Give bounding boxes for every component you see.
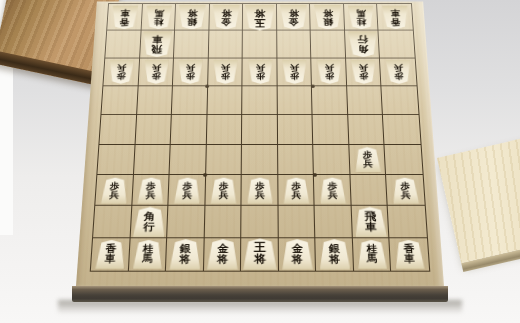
board-cell[interactable]: 金将 <box>204 238 242 271</box>
board-cell[interactable]: 歩兵 <box>173 58 208 86</box>
board-cell[interactable]: 歩兵 <box>208 58 243 86</box>
piece-kanji: 歩兵 <box>151 64 162 81</box>
piece-pawn-sente[interactable]: 歩兵 <box>283 177 309 203</box>
piece-pawn-sente[interactable]: 歩兵 <box>174 177 200 203</box>
piece-pawn-sente[interactable]: 歩兵 <box>137 177 164 203</box>
board-cell[interactable] <box>241 206 278 238</box>
board-cell[interactable] <box>170 145 207 175</box>
piece-kanji: 香車 <box>403 244 416 264</box>
board-cell[interactable]: 角行 <box>130 206 168 238</box>
piece-gold-sente[interactable]: 金将 <box>207 239 238 269</box>
board-cell[interactable]: 歩兵 <box>380 58 416 86</box>
piece-pawn-gote[interactable]: 歩兵 <box>386 60 412 84</box>
piece-rook-sente[interactable]: 飛車 <box>354 207 387 237</box>
piece-lance-gote[interactable]: 香車 <box>111 6 138 30</box>
board-cell[interactable] <box>105 31 141 58</box>
piece-kanji: 金将 <box>288 9 299 27</box>
piece-knight-sente[interactable]: 桂馬 <box>133 240 163 269</box>
board-cell[interactable]: 歩兵 <box>242 175 279 206</box>
piece-gold-gote[interactable]: 金将 <box>280 5 308 30</box>
piece-kanji: 歩兵 <box>218 181 229 199</box>
piece-bishop-gote[interactable]: 角行 <box>347 32 377 58</box>
board-cell[interactable] <box>133 145 170 175</box>
piece-kanji: 飛車 <box>364 211 378 233</box>
board-cell[interactable] <box>388 206 427 238</box>
board-cell[interactable] <box>278 115 314 145</box>
piece-kanji: 歩兵 <box>358 64 369 81</box>
piece-kanji: 桂馬 <box>366 244 378 264</box>
board-cell[interactable]: 王将 <box>241 238 279 271</box>
piece-rook-gote[interactable]: 飛車 <box>142 32 172 58</box>
piece-kanji: 角行 <box>143 211 157 233</box>
piece-knight-gote[interactable]: 桂馬 <box>145 6 172 30</box>
board-cell[interactable] <box>206 115 242 145</box>
board-cell[interactable] <box>348 115 385 145</box>
piece-kanji: 飛車 <box>151 35 163 54</box>
piece-kanji: 銀将 <box>187 9 198 27</box>
piece-kanji: 歩兵 <box>327 181 338 199</box>
piece-silver-sente[interactable]: 銀将 <box>170 239 201 269</box>
board-cell[interactable]: 歩兵 <box>277 58 312 86</box>
board-cell[interactable]: 歩兵 <box>138 58 174 86</box>
board-cell[interactable] <box>167 206 205 238</box>
board-cell[interactable] <box>135 115 172 145</box>
board-cell[interactable] <box>313 115 349 145</box>
board-cell[interactable]: 歩兵 <box>132 175 170 206</box>
piece-pawn-sente[interactable]: 歩兵 <box>320 177 346 203</box>
piece-kanji: 銀将 <box>328 244 341 265</box>
piece-kanji: 銀将 <box>179 244 192 265</box>
board-cell[interactable] <box>171 115 207 145</box>
board-cell[interactable]: 香車 <box>390 238 429 271</box>
piece-kanji: 香車 <box>119 9 130 26</box>
piece-kanji: 玉将 <box>254 8 266 27</box>
piece-kanji: 桂馬 <box>153 9 164 26</box>
board-cell[interactable]: 歩兵 <box>312 58 347 86</box>
piece-king-sente[interactable]: 王将 <box>243 239 276 270</box>
board-cell[interactable]: 歩兵 <box>349 145 386 175</box>
piece-bishop-sente[interactable]: 角行 <box>133 207 166 237</box>
board-cell[interactable] <box>385 145 423 175</box>
piece-kanji: 歩兵 <box>400 181 412 199</box>
board-cell[interactable] <box>243 31 277 58</box>
board-cell[interactable]: 桂馬 <box>128 238 167 271</box>
piece-pawn-sente[interactable]: 歩兵 <box>247 177 273 203</box>
board-grid: 香車桂馬銀将金将玉将金将銀将桂馬香車飛車角行歩兵歩兵歩兵歩兵歩兵歩兵歩兵歩兵歩兵… <box>90 3 431 272</box>
board-cell[interactable] <box>379 31 415 58</box>
piece-kanji: 歩兵 <box>324 64 335 81</box>
board-cell[interactable]: 飛車 <box>140 31 175 58</box>
board-cell[interactable]: 香車 <box>107 4 142 31</box>
board-cell[interactable]: 歩兵 <box>314 175 351 206</box>
board-cell[interactable] <box>93 206 132 238</box>
board-shadow <box>58 300 462 314</box>
board-cell[interactable] <box>174 31 209 58</box>
board-cell[interactable]: 歩兵 <box>243 58 278 86</box>
piece-gold-gote[interactable]: 金将 <box>212 5 240 30</box>
piece-kanji: 角行 <box>356 35 368 54</box>
piece-pawn-gote[interactable]: 歩兵 <box>351 60 376 84</box>
board-cell[interactable]: 銀将 <box>316 238 354 271</box>
board-cell[interactable] <box>312 86 348 115</box>
board-cell[interactable]: 歩兵 <box>346 58 382 86</box>
piece-kanji: 歩兵 <box>185 64 196 81</box>
piece-pawn-gote[interactable]: 歩兵 <box>178 60 203 84</box>
board-cell[interactable] <box>207 86 242 115</box>
piece-pawn-gote[interactable]: 歩兵 <box>248 60 272 84</box>
piece-kanji: 歩兵 <box>109 181 121 199</box>
board-cell[interactable]: 歩兵 <box>95 175 133 206</box>
board-cell[interactable] <box>137 86 173 115</box>
piece-kanji: 銀将 <box>322 9 333 27</box>
board-cell[interactable] <box>383 115 420 145</box>
board-cell[interactable]: 香車 <box>91 238 130 271</box>
piece-kanji: 歩兵 <box>255 181 266 199</box>
wood-grain <box>437 131 520 263</box>
piece-kanji: 金将 <box>291 244 303 265</box>
board-cell[interactable] <box>311 31 346 58</box>
board-cell[interactable] <box>204 206 241 238</box>
board-cell[interactable] <box>208 31 243 58</box>
board-cell[interactable]: 桂馬 <box>344 4 379 31</box>
piece-kanji: 王将 <box>253 243 266 266</box>
board-cell[interactable]: 歩兵 <box>103 58 139 86</box>
board-cell[interactable] <box>277 31 312 58</box>
board-cell[interactable]: 銀将 <box>166 238 204 271</box>
piece-kanji: 歩兵 <box>220 64 230 81</box>
piece-pawn-gote[interactable]: 歩兵 <box>317 60 342 84</box>
board-cell[interactable]: 歩兵 <box>278 175 315 206</box>
board-cell[interactable] <box>99 115 136 145</box>
board-perspective-wrap: 香車桂馬銀将金将玉将金将銀将桂馬香車飛車角行歩兵歩兵歩兵歩兵歩兵歩兵歩兵歩兵歩兵… <box>76 2 444 288</box>
piece-silver-sente[interactable]: 銀将 <box>319 239 350 269</box>
piece-pawn-sente[interactable]: 歩兵 <box>355 147 381 172</box>
board-cell[interactable] <box>172 86 208 115</box>
piece-kanji: 桂馬 <box>142 244 154 264</box>
piece-pawn-gote[interactable]: 歩兵 <box>282 60 307 84</box>
piece-kanji: 歩兵 <box>116 64 127 81</box>
board-cell[interactable]: 歩兵 <box>386 175 424 206</box>
board-cell[interactable] <box>382 86 419 115</box>
piece-knight-gote[interactable]: 桂馬 <box>348 6 375 30</box>
board-cell[interactable] <box>242 86 277 115</box>
piece-gold-sente[interactable]: 金将 <box>282 239 313 269</box>
piece-lance-sente[interactable]: 香車 <box>394 240 424 269</box>
board-cell[interactable]: 金将 <box>209 4 243 31</box>
piece-kanji: 歩兵 <box>182 181 193 199</box>
piece-knight-sente[interactable]: 桂馬 <box>357 240 387 269</box>
piece-pawn-sente[interactable]: 歩兵 <box>392 177 419 203</box>
board-cell[interactable]: 銀将 <box>310 4 345 31</box>
board-cell[interactable] <box>278 206 315 238</box>
piece-king-gote[interactable]: 玉将 <box>245 4 275 30</box>
board-cell[interactable]: 歩兵 <box>168 175 205 206</box>
piece-kanji: 香車 <box>389 9 400 26</box>
board-cell[interactable]: 香車 <box>377 4 412 31</box>
piece-kanji: 歩兵 <box>393 64 404 81</box>
piece-kanji: 金将 <box>221 9 232 27</box>
board-cell[interactable]: 金将 <box>277 4 311 31</box>
piece-pawn-gote[interactable]: 歩兵 <box>213 60 238 84</box>
board-cell[interactable] <box>277 86 312 115</box>
piece-pawn-sente[interactable]: 歩兵 <box>101 177 128 203</box>
board-cell[interactable] <box>278 145 314 175</box>
piece-kanji: 歩兵 <box>255 64 265 81</box>
board-cell[interactable]: 金将 <box>279 238 317 271</box>
piece-kanji: 歩兵 <box>362 151 373 169</box>
board-cell[interactable] <box>315 206 353 238</box>
piece-silver-gote[interactable]: 銀将 <box>178 5 206 30</box>
board-cell[interactable] <box>350 175 388 206</box>
photo-scene: 香車桂馬銀将金将玉将金将銀将桂馬香車飛車角行歩兵歩兵歩兵歩兵歩兵歩兵歩兵歩兵歩兵… <box>0 0 520 323</box>
board-cell[interactable] <box>97 145 135 175</box>
piece-lance-sente[interactable]: 香車 <box>95 240 125 269</box>
board-cell[interactable] <box>314 145 351 175</box>
piece-pawn-sente[interactable]: 歩兵 <box>211 177 237 203</box>
board-cell[interactable] <box>101 86 138 115</box>
board-cell[interactable]: 銀将 <box>175 4 210 31</box>
piece-kanji: 歩兵 <box>291 181 302 199</box>
piece-pawn-gote[interactable]: 歩兵 <box>144 60 169 84</box>
board-cell[interactable]: 角行 <box>345 31 380 58</box>
board-cell[interactable] <box>347 86 383 115</box>
board-cell[interactable]: 桂馬 <box>141 4 176 31</box>
piece-kanji: 歩兵 <box>289 64 299 81</box>
board-cell[interactable]: 桂馬 <box>353 238 392 271</box>
piece-silver-gote[interactable]: 銀将 <box>314 5 342 30</box>
piece-kanji: 香車 <box>104 244 117 264</box>
piece-kanji: 桂馬 <box>356 9 367 26</box>
board-cell[interactable]: 玉将 <box>243 4 277 31</box>
board-cell[interactable]: 飛車 <box>352 206 390 238</box>
board-cell[interactable] <box>206 145 242 175</box>
piece-pawn-gote[interactable]: 歩兵 <box>109 60 135 84</box>
board-cell[interactable]: 歩兵 <box>205 175 242 206</box>
shogi-board: 香車桂馬銀将金将玉将金将銀将桂馬香車飛車角行歩兵歩兵歩兵歩兵歩兵歩兵歩兵歩兵歩兵… <box>76 2 444 288</box>
piece-kanji: 金将 <box>216 244 228 265</box>
piece-lance-gote[interactable]: 香車 <box>382 6 409 30</box>
board-cell[interactable] <box>242 115 278 145</box>
right-piece-stand <box>437 131 520 263</box>
board-cell[interactable] <box>242 145 278 175</box>
piece-kanji: 歩兵 <box>145 181 157 199</box>
